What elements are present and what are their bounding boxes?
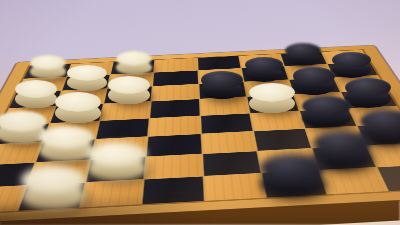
board-cell [254, 129, 311, 151]
checker-piece-white [30, 55, 66, 79]
board-cell [201, 131, 256, 153]
checker-piece-white [249, 83, 295, 113]
board-cell [145, 154, 202, 179]
checker-piece-black [285, 43, 321, 67]
checker-piece-white [15, 80, 58, 108]
checker-piece-white [87, 142, 147, 182]
board-cell [101, 102, 151, 121]
piece-face [67, 65, 106, 82]
checker-piece-black [260, 154, 325, 197]
checker-piece-black [293, 67, 335, 95]
piece-face [249, 83, 295, 102]
checker-piece-black [201, 71, 243, 99]
piece-face [313, 131, 372, 156]
board-cell [202, 151, 260, 176]
piece-face [116, 51, 152, 66]
board-cell [151, 99, 200, 117]
checker-piece-white [39, 126, 94, 162]
piece-face [293, 67, 335, 85]
piece-face [87, 142, 147, 167]
board-cell [143, 176, 203, 204]
checker-piece-black [345, 78, 391, 108]
board-cell [200, 113, 252, 133]
piece-face [285, 43, 321, 58]
board-cell [149, 116, 200, 136]
piece-face [39, 126, 94, 149]
checkers-photo-scene [0, 0, 400, 225]
board-cell [96, 118, 149, 138]
piece-face [201, 71, 243, 89]
board-cell [320, 167, 388, 194]
checker-piece-white [116, 51, 152, 75]
piece-face [21, 166, 87, 194]
board-cell [250, 111, 304, 131]
board-cell [200, 97, 249, 115]
checker-piece-white [108, 76, 151, 104]
checker-piece-white [67, 65, 106, 91]
piece-face [245, 57, 284, 73]
checker-piece-black [302, 96, 352, 129]
checker-piece-black [245, 57, 284, 83]
piece-face [108, 76, 151, 94]
board-cell [81, 180, 144, 208]
board-cell [203, 173, 264, 200]
checker-piece-white [21, 166, 87, 209]
checker-piece-black [332, 52, 371, 78]
piece-face [55, 92, 101, 112]
checker-piece-white [55, 92, 101, 123]
board-cell [147, 134, 201, 156]
